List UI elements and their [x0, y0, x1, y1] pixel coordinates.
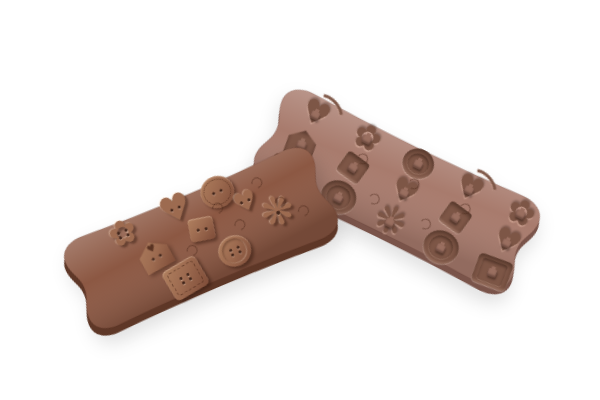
button-holes [196, 227, 207, 232]
swirl-emboss-icon [419, 218, 432, 231]
house-heart-icon: ♥ [145, 242, 158, 255]
front-mold: ✿♥♥♥❋ [54, 137, 348, 339]
cavity-peg [347, 162, 359, 174]
swirl-emboss-icon [185, 243, 200, 258]
relief-round-button [213, 230, 255, 271]
cavity-peg [449, 212, 461, 224]
button-holes [179, 272, 193, 285]
front-mold-reliefs: ✿♥♥♥❋ [54, 137, 348, 339]
relief-square-button [187, 215, 216, 242]
product-photo: ♥✿♥✿♥♥❋ ✿♥♥♥❋ [0, 0, 600, 400]
cavity-peg [435, 242, 447, 253]
button-holes [212, 188, 223, 195]
cavity-peg [412, 159, 424, 170]
cavity-peg [486, 267, 497, 278]
swirl-emboss-icon [232, 217, 247, 232]
button-holes [228, 245, 241, 257]
